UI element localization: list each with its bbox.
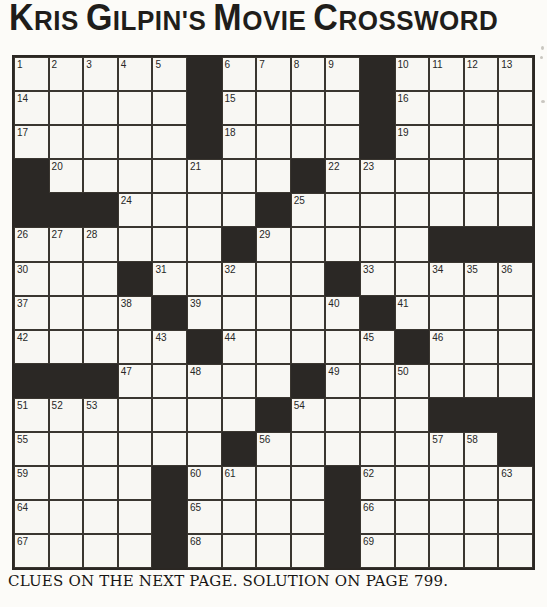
cell-r11c9[interactable]: 54 [291,398,326,432]
clue-number-63: 63 [501,468,512,479]
cell-r13c7[interactable]: 61 [222,466,257,500]
cell-r3c5[interactable] [152,125,187,159]
cell-r8c12[interactable]: 41 [395,296,430,330]
cell-r7c2[interactable] [49,262,84,296]
cell-r9c9[interactable] [291,330,326,364]
cell-r7c14[interactable]: 35 [464,262,499,296]
cell-r1c13[interactable]: 11 [429,57,464,91]
cell-r9c15[interactable] [498,330,533,364]
clue-number-41: 41 [398,298,409,309]
cell-r5c3-block [83,193,118,227]
clue-number-43: 43 [155,332,166,343]
cell-r10c13[interactable] [429,364,464,398]
cell-r9c6-block [187,330,222,364]
cell-r5c14[interactable] [464,193,499,227]
cell-r10c11[interactable] [360,364,395,398]
clue-number-58: 58 [467,434,478,445]
cell-r4c10[interactable]: 22 [325,159,360,193]
cell-r10c12[interactable]: 50 [395,364,430,398]
cell-r7c7[interactable]: 32 [222,262,257,296]
cell-r3c7[interactable]: 18 [222,125,257,159]
cell-r14c6[interactable]: 65 [187,500,222,534]
cell-r11c12[interactable] [395,398,430,432]
cell-r9c1[interactable]: 42 [14,330,49,364]
cell-r2c9[interactable] [291,91,326,125]
clue-number-6: 6 [225,59,231,70]
cell-r11c3[interactable]: 53 [83,398,118,432]
cell-r13c8[interactable] [256,466,291,500]
cell-r7c6[interactable] [187,262,222,296]
cell-r9c8[interactable] [256,330,291,364]
cell-r4c8[interactable] [256,159,291,193]
cell-r5c8-block [256,193,291,227]
cell-r10c10[interactable]: 49 [325,364,360,398]
scan-artifact [541,46,544,50]
cell-r6c2[interactable]: 27 [49,227,84,261]
cell-r8c15[interactable] [498,296,533,330]
cell-r2c14[interactable] [464,91,499,125]
cell-r14c9[interactable] [291,500,326,534]
cell-r8c6[interactable]: 39 [187,296,222,330]
clue-number-25: 25 [294,195,305,206]
clue-number-28: 28 [86,229,97,240]
cell-r10c1-block [14,364,49,398]
clue-number-12: 12 [467,59,478,70]
cell-r3c6-block [187,125,222,159]
cell-r14c14[interactable] [464,500,499,534]
cell-r6c6[interactable] [187,227,222,261]
cell-r11c1[interactable]: 51 [14,398,49,432]
cell-r1c6-block [187,57,222,91]
clue-number-2: 2 [52,59,58,70]
cell-r7c3[interactable] [83,262,118,296]
cell-r3c1[interactable]: 17 [14,125,49,159]
cell-r15c12[interactable] [395,534,430,568]
cell-r3c3[interactable] [83,125,118,159]
clue-number-32: 32 [225,264,236,275]
cell-r7c8[interactable] [256,262,291,296]
cell-r3c14[interactable] [464,125,499,159]
clue-number-1: 1 [17,59,23,70]
cell-r7c1[interactable]: 30 [14,262,49,296]
cell-r8c14[interactable] [464,296,499,330]
cell-r11c11[interactable] [360,398,395,432]
cell-r4c6[interactable]: 21 [187,159,222,193]
clue-number-36: 36 [501,264,512,275]
clue-number-38: 38 [121,298,132,309]
cell-r8c2[interactable] [49,296,84,330]
cell-r15c7[interactable] [222,534,257,568]
cell-r14c12[interactable] [395,500,430,534]
clue-number-30: 30 [17,264,28,275]
cell-r13c3[interactable] [83,466,118,500]
cell-r3c15[interactable] [498,125,533,159]
cell-r1c9[interactable]: 8 [291,57,326,91]
cell-r5c1-block [14,193,49,227]
cell-r10c7[interactable] [222,364,257,398]
clue-number-35: 35 [467,264,478,275]
cell-r12c15-block [498,432,533,466]
cell-r13c12[interactable] [395,466,430,500]
cell-r8c1[interactable]: 37 [14,296,49,330]
clue-number-53: 53 [86,400,97,411]
cell-r7c15[interactable]: 36 [498,262,533,296]
cell-r13c14[interactable] [464,466,499,500]
cell-r3c10[interactable] [325,125,360,159]
clue-number-22: 22 [328,161,339,172]
clue-number-68: 68 [190,536,201,547]
cell-r10c3-block [83,364,118,398]
cell-r2c11-block [360,91,395,125]
cell-r2c10[interactable] [325,91,360,125]
cell-r9c13[interactable]: 46 [429,330,464,364]
cell-r11c4[interactable] [118,398,153,432]
cell-r7c10-block [325,262,360,296]
cell-r12c1[interactable]: 55 [14,432,49,466]
clue-number-51: 51 [17,400,28,411]
cell-r14c8[interactable] [256,500,291,534]
cell-r12c7-block [222,432,257,466]
cell-r4c7[interactable] [222,159,257,193]
cell-r1c15[interactable]: 13 [498,57,533,91]
cell-r10c4[interactable]: 47 [118,364,153,398]
cell-r1c14[interactable]: 12 [464,57,499,91]
cell-r1c3[interactable]: 3 [83,57,118,91]
cell-r8c7[interactable] [222,296,257,330]
cell-r2c5[interactable] [152,91,187,125]
clue-number-57: 57 [432,434,443,445]
cell-r15c2[interactable] [49,534,84,568]
cell-r1c8[interactable]: 7 [256,57,291,91]
cell-r15c4[interactable] [118,534,153,568]
cell-r1c12[interactable]: 10 [395,57,430,91]
clue-number-4: 4 [121,59,127,70]
cell-r12c6[interactable] [187,432,222,466]
cell-r14c3[interactable] [83,500,118,534]
cell-r2c12[interactable]: 16 [395,91,430,125]
title-word: Movie [213,0,306,39]
cell-r15c5-block [152,534,187,568]
cell-r4c14[interactable] [464,159,499,193]
cell-r13c5-block [152,466,187,500]
cell-r5c12[interactable] [395,193,430,227]
cell-r10c8[interactable] [256,364,291,398]
cell-r5c2-block [49,193,84,227]
cell-r4c13[interactable] [429,159,464,193]
cell-r13c11[interactable]: 62 [360,466,395,500]
cell-r13c4[interactable] [118,466,153,500]
clue-number-45: 45 [363,332,374,343]
cell-r1c4[interactable]: 4 [118,57,153,91]
cell-r15c8[interactable] [256,534,291,568]
cell-r6c9[interactable] [291,227,326,261]
clue-number-61: 61 [225,468,236,479]
cell-r11c10[interactable] [325,398,360,432]
cell-r4c15[interactable] [498,159,533,193]
clue-number-21: 21 [190,161,201,172]
clue-number-48: 48 [190,366,201,377]
cell-r7c9[interactable] [291,262,326,296]
cell-r6c12[interactable] [395,227,430,261]
clue-number-27: 27 [52,229,63,240]
cell-r2c7[interactable]: 15 [222,91,257,125]
clue-number-39: 39 [190,298,201,309]
cell-r10c15[interactable] [498,364,533,398]
cell-r5c10[interactable] [325,193,360,227]
cell-r15c11[interactable]: 69 [360,534,395,568]
cell-r10c9-block [291,364,326,398]
cell-r6c11[interactable] [360,227,395,261]
cell-r9c10[interactable] [325,330,360,364]
cell-r13c1[interactable]: 59 [14,466,49,500]
cell-r11c15-block [498,398,533,432]
cell-r13c6[interactable]: 60 [187,466,222,500]
cell-r5c5[interactable] [152,193,187,227]
cell-r12c12[interactable] [395,432,430,466]
cell-r8c8[interactable] [256,296,291,330]
cell-r6c8[interactable]: 29 [256,227,291,261]
cell-r6c5[interactable] [152,227,187,261]
clue-number-24: 24 [121,195,132,206]
cell-r13c9[interactable] [291,466,326,500]
cell-r14c7[interactable] [222,500,257,534]
clue-number-55: 55 [17,434,28,445]
cell-r4c5[interactable] [152,159,187,193]
scan-artifact [541,100,545,103]
cell-r9c11[interactable]: 45 [360,330,395,364]
crossword-grid: 1234567891011121314151617181920212223242… [12,55,535,570]
cell-r2c3[interactable] [83,91,118,125]
clue-number-23: 23 [363,161,374,172]
cell-r3c12[interactable]: 19 [395,125,430,159]
cell-r14c1[interactable]: 64 [14,500,49,534]
cell-r8c13[interactable] [429,296,464,330]
cell-r8c10[interactable]: 40 [325,296,360,330]
clue-number-40: 40 [328,298,339,309]
cell-r7c11[interactable]: 33 [360,262,395,296]
title-word: Crossword [313,0,498,39]
clue-number-69: 69 [363,536,374,547]
cell-r13c15[interactable]: 63 [498,466,533,500]
cell-r1c1[interactable]: 1 [14,57,49,91]
cell-r6c14-block [464,227,499,261]
cell-r14c11[interactable]: 66 [360,500,395,534]
clue-number-20: 20 [52,161,63,172]
clue-number-10: 10 [398,59,409,70]
cell-r15c15[interactable] [498,534,533,568]
cell-r9c4[interactable] [118,330,153,364]
clue-number-8: 8 [294,59,300,70]
cell-r10c5[interactable] [152,364,187,398]
cell-r12c11[interactable] [360,432,395,466]
clue-number-18: 18 [225,127,236,138]
cell-r6c3[interactable]: 28 [83,227,118,261]
clue-number-13: 13 [501,59,512,70]
cell-r15c3[interactable] [83,534,118,568]
cell-r14c15[interactable] [498,500,533,534]
cell-r6c7-block [222,227,257,261]
cell-r12c5[interactable] [152,432,187,466]
cell-r2c13[interactable] [429,91,464,125]
cell-r12c8[interactable]: 56 [256,432,291,466]
clue-number-65: 65 [190,502,201,513]
cell-r5c15[interactable] [498,193,533,227]
cell-r14c2[interactable] [49,500,84,534]
cell-r14c4[interactable] [118,500,153,534]
cell-r1c2[interactable]: 2 [49,57,84,91]
cell-r8c4[interactable]: 38 [118,296,153,330]
cell-r14c5-block [152,500,187,534]
cell-r4c4[interactable] [118,159,153,193]
cell-r6c1[interactable]: 26 [14,227,49,261]
cell-r11c2[interactable]: 52 [49,398,84,432]
cell-r2c8[interactable] [256,91,291,125]
cell-r5c13[interactable] [429,193,464,227]
cell-r8c5-block [152,296,187,330]
cell-r7c5[interactable]: 31 [152,262,187,296]
cell-r13c13[interactable] [429,466,464,500]
clue-number-14: 14 [17,93,28,104]
cell-r2c4[interactable] [118,91,153,125]
cell-r13c10-block [325,466,360,500]
clue-number-52: 52 [52,400,63,411]
clue-number-42: 42 [17,332,28,343]
cell-r12c2[interactable] [49,432,84,466]
title-word: Kris [9,0,79,39]
cell-r2c6-block [187,91,222,125]
cell-r4c11[interactable]: 23 [360,159,395,193]
cell-r6c15-block [498,227,533,261]
puzzle-title: KrisGilpin'sMovieCrossword [9,0,505,39]
cell-r12c14[interactable]: 58 [464,432,499,466]
clue-number-60: 60 [190,468,201,479]
cell-r9c5[interactable]: 43 [152,330,187,364]
cell-r11c7[interactable] [222,398,257,432]
cell-r4c9-block [291,159,326,193]
cell-r2c1[interactable]: 14 [14,91,49,125]
cell-r4c3[interactable] [83,159,118,193]
clue-number-64: 64 [17,502,28,513]
cell-r12c4[interactable] [118,432,153,466]
cell-r15c10-block [325,534,360,568]
cell-r8c9[interactable] [291,296,326,330]
cell-r5c7[interactable] [222,193,257,227]
clue-number-59: 59 [17,468,28,479]
cell-r1c10[interactable]: 9 [325,57,360,91]
cell-r8c11-block [360,296,395,330]
clue-number-56: 56 [259,434,270,445]
cell-r6c4[interactable] [118,227,153,261]
clue-number-44: 44 [225,332,236,343]
cell-r9c7[interactable]: 44 [222,330,257,364]
clue-number-17: 17 [17,127,28,138]
clue-number-50: 50 [398,366,409,377]
clue-number-9: 9 [328,59,334,70]
cell-r3c2[interactable] [49,125,84,159]
cell-r1c11-block [360,57,395,91]
clue-number-34: 34 [432,264,443,275]
cell-r10c14[interactable] [464,364,499,398]
cell-r11c8-block [256,398,291,432]
cell-r15c14[interactable] [464,534,499,568]
cell-r3c9[interactable] [291,125,326,159]
cell-r3c13[interactable] [429,125,464,159]
cell-r1c5[interactable]: 5 [152,57,187,91]
cell-r5c6[interactable] [187,193,222,227]
footer-note: CLUES ON THE NEXT PAGE. SOLUTION ON PAGE… [8,572,448,590]
clue-number-49: 49 [328,366,339,377]
clue-number-33: 33 [363,264,374,275]
cell-r1c7[interactable]: 6 [222,57,257,91]
cell-r13c2[interactable] [49,466,84,500]
clue-number-15: 15 [225,93,236,104]
cell-r3c8[interactable] [256,125,291,159]
cell-r2c2[interactable] [49,91,84,125]
cell-r12c10[interactable] [325,432,360,466]
clue-number-16: 16 [398,93,409,104]
cell-r12c9[interactable] [291,432,326,466]
cell-r11c14-block [464,398,499,432]
title-word: Gilpin's [86,0,206,39]
cell-r7c13[interactable]: 34 [429,262,464,296]
cell-r10c6[interactable]: 48 [187,364,222,398]
cell-r5c4[interactable]: 24 [118,193,153,227]
clue-number-26: 26 [17,229,28,240]
cell-r5c9[interactable]: 25 [291,193,326,227]
cell-r8c3[interactable] [83,296,118,330]
cell-r11c6[interactable] [187,398,222,432]
clue-number-54: 54 [294,400,305,411]
cell-r15c6[interactable]: 68 [187,534,222,568]
cell-r4c2[interactable]: 20 [49,159,84,193]
cell-r11c5[interactable] [152,398,187,432]
cell-r7c12[interactable] [395,262,430,296]
cell-r10c2-block [49,364,84,398]
cell-r3c4[interactable] [118,125,153,159]
cell-r15c1[interactable]: 67 [14,534,49,568]
cell-r6c13-block [429,227,464,261]
page: KrisGilpin'sMovieCrossword 1234567891011… [0,0,547,607]
clue-number-62: 62 [363,468,374,479]
cell-r14c10-block [325,500,360,534]
clue-number-46: 46 [432,332,443,343]
cell-r15c9[interactable] [291,534,326,568]
clue-number-66: 66 [363,502,374,513]
cell-r2c15[interactable] [498,91,533,125]
clue-number-19: 19 [398,127,409,138]
cell-r9c2[interactable] [49,330,84,364]
cell-r7c4-block [118,262,153,296]
clue-number-67: 67 [17,536,28,547]
cell-r9c14[interactable] [464,330,499,364]
clue-number-5: 5 [155,59,161,70]
cell-r11c13-block [429,398,464,432]
cell-r3c11-block [360,125,395,159]
clue-number-31: 31 [155,264,166,275]
cell-r6c10[interactable] [325,227,360,261]
clue-number-37: 37 [17,298,28,309]
cell-r12c3[interactable] [83,432,118,466]
cell-r4c1-block [14,159,49,193]
cell-r14c13[interactable] [429,500,464,534]
cell-r15c13[interactable] [429,534,464,568]
cell-r9c3[interactable] [83,330,118,364]
clue-number-11: 11 [432,59,442,70]
cell-r5c11[interactable] [360,193,395,227]
cell-r12c13[interactable]: 57 [429,432,464,466]
cell-r9c12-block [395,330,430,364]
cell-r4c12[interactable] [395,159,430,193]
